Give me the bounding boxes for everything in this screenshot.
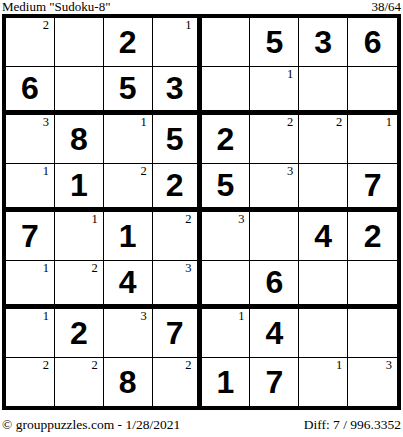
cell-r5c4[interactable]: 2 [153, 212, 202, 261]
cell-r8c8[interactable]: 3 [348, 358, 397, 407]
cell-r3c7[interactable]: 2 [299, 115, 348, 164]
cell-r1c4[interactable]: 1 [153, 18, 202, 67]
cell-r2c6[interactable]: 1 [250, 67, 299, 116]
corner-mark: 3 [238, 213, 244, 226]
corner-mark: 2 [336, 116, 342, 129]
cell-r4c1[interactable]: 1 [6, 164, 55, 213]
corner-mark: 1 [43, 165, 49, 178]
given-digit: 3 [166, 72, 184, 104]
corner-mark: 1 [43, 262, 49, 275]
copyright-text: © grouppuzzles.com - 1/28/2021 [2, 417, 180, 432]
sudoku-page: Medium "Sudoku-8" 38/64 2215366531381522… [0, 0, 403, 437]
cell-r2c5[interactable] [202, 67, 251, 116]
cell-r6c6[interactable]: 6 [250, 261, 299, 310]
cell-r7c8[interactable] [348, 309, 397, 358]
corner-mark: 2 [140, 165, 146, 178]
cell-r3c2[interactable]: 8 [55, 115, 104, 164]
cell-r8c2[interactable]: 2 [55, 358, 104, 407]
cell-r2c8[interactable] [348, 67, 397, 116]
given-digit: 3 [314, 26, 332, 58]
cell-r2c2[interactable] [55, 67, 104, 116]
cell-r8c7[interactable]: 1 [299, 358, 348, 407]
cell-r4c2[interactable]: 1 [55, 164, 104, 213]
cell-r6c8[interactable] [348, 261, 397, 310]
cell-r1c8[interactable]: 6 [348, 18, 397, 67]
cell-r5c6[interactable] [250, 212, 299, 261]
cell-r2c1[interactable]: 6 [6, 67, 55, 116]
given-digit: 7 [364, 169, 382, 201]
cell-r5c2[interactable]: 1 [55, 212, 104, 261]
cell-r7c2[interactable]: 2 [55, 309, 104, 358]
given-digit: 5 [119, 72, 137, 104]
corner-mark: 1 [287, 68, 293, 81]
corner-mark: 3 [140, 310, 146, 323]
cell-r6c5[interactable] [202, 261, 251, 310]
cell-r5c7[interactable]: 4 [299, 212, 348, 261]
given-digit: 2 [70, 317, 88, 349]
corner-mark: 2 [43, 359, 49, 372]
cell-r7c5[interactable]: 1 [202, 309, 251, 358]
cell-r2c3[interactable]: 5 [104, 67, 153, 116]
given-digit: 2 [364, 220, 382, 252]
given-digit: 6 [265, 266, 283, 298]
cell-r6c4[interactable]: 3 [153, 261, 202, 310]
corner-mark: 2 [185, 213, 191, 226]
given-digit: 7 [166, 317, 184, 349]
given-digit: 5 [166, 123, 184, 155]
cell-r3c8[interactable]: 1 [348, 115, 397, 164]
header: Medium "Sudoku-8" 38/64 [2, 0, 401, 14]
cell-r4c7[interactable] [299, 164, 348, 213]
difficulty-text: Diff: 7 / 996.3352 [304, 417, 401, 432]
given-digit: 7 [21, 220, 39, 252]
corner-mark: 1 [43, 310, 49, 323]
given-digit: 8 [70, 123, 88, 155]
cell-r5c1[interactable]: 7 [6, 212, 55, 261]
cell-r6c2[interactable]: 2 [55, 261, 104, 310]
cell-r1c2[interactable] [55, 18, 104, 67]
given-digit: 5 [217, 169, 235, 201]
cell-r3c4[interactable]: 5 [153, 115, 202, 164]
cell-r1c7[interactable]: 3 [299, 18, 348, 67]
corner-mark: 2 [43, 19, 49, 32]
progress-counter: 38/64 [371, 0, 401, 13]
cell-r4c8[interactable]: 7 [348, 164, 397, 213]
cell-r8c5[interactable]: 1 [202, 358, 251, 407]
cell-r7c7[interactable] [299, 309, 348, 358]
given-digit: 4 [314, 220, 332, 252]
given-digit: 6 [21, 72, 39, 104]
cell-r4c6[interactable]: 3 [250, 164, 299, 213]
corner-mark: 3 [185, 262, 191, 275]
corner-mark: 1 [92, 213, 98, 226]
cell-r2c7[interactable] [299, 67, 348, 116]
cell-r8c4[interactable]: 2 [153, 358, 202, 407]
cell-r6c7[interactable] [299, 261, 348, 310]
corner-mark: 3 [43, 116, 49, 129]
given-digit: 2 [166, 169, 184, 201]
cell-r1c1[interactable]: 2 [6, 18, 55, 67]
cell-r3c6[interactable]: 2 [250, 115, 299, 164]
given-digit: 8 [119, 366, 137, 398]
cell-r4c4[interactable]: 2 [153, 164, 202, 213]
cell-r5c3[interactable]: 1 [104, 212, 153, 261]
cell-r7c6[interactable]: 4 [250, 309, 299, 358]
cell-r2c4[interactable]: 3 [153, 67, 202, 116]
sudoku-grid: 2215366531381522211122537711234212436123… [2, 14, 401, 410]
given-digit: 1 [217, 366, 235, 398]
cell-r1c6[interactable]: 5 [250, 18, 299, 67]
cell-r7c3[interactable]: 3 [104, 309, 153, 358]
given-digit: 4 [265, 317, 283, 349]
given-digit: 6 [364, 26, 382, 58]
given-digit: 4 [119, 266, 137, 298]
corner-mark: 1 [140, 116, 146, 129]
given-digit: 7 [265, 366, 283, 398]
cell-r5c8[interactable]: 2 [348, 212, 397, 261]
cell-r7c4[interactable]: 7 [153, 309, 202, 358]
cell-r1c5[interactable] [202, 18, 251, 67]
cell-r5c5[interactable]: 3 [202, 212, 251, 261]
cell-r6c3[interactable]: 4 [104, 261, 153, 310]
corner-mark: 2 [287, 116, 293, 129]
cell-r4c3[interactable]: 2 [104, 164, 153, 213]
cell-r3c5[interactable]: 2 [202, 115, 251, 164]
corner-mark: 2 [92, 359, 98, 372]
given-digit: 5 [265, 26, 283, 58]
cell-r8c1[interactable]: 2 [6, 358, 55, 407]
given-digit: 1 [70, 169, 88, 201]
corner-mark: 1 [185, 19, 191, 32]
cell-r4c5[interactable]: 5 [202, 164, 251, 213]
corner-mark: 3 [386, 359, 392, 372]
given-digit: 2 [217, 123, 235, 155]
cell-r8c3[interactable]: 8 [104, 358, 153, 407]
cell-r6c1[interactable]: 1 [6, 261, 55, 310]
cell-r1c3[interactable]: 2 [104, 18, 153, 67]
corner-mark: 2 [92, 262, 98, 275]
corner-mark: 3 [287, 165, 293, 178]
given-digit: 2 [119, 26, 137, 58]
cell-r3c3[interactable]: 1 [104, 115, 153, 164]
puzzle-title: Medium "Sudoku-8" [2, 0, 110, 13]
corner-mark: 1 [336, 359, 342, 372]
cell-r7c1[interactable]: 1 [6, 309, 55, 358]
corner-mark: 1 [386, 116, 392, 129]
corner-mark: 1 [238, 310, 244, 323]
given-digit: 1 [119, 220, 137, 252]
cell-r3c1[interactable]: 3 [6, 115, 55, 164]
corner-mark: 2 [185, 359, 191, 372]
footer: © grouppuzzles.com - 1/28/2021 Diff: 7 /… [2, 417, 401, 432]
cell-r8c6[interactable]: 7 [250, 358, 299, 407]
